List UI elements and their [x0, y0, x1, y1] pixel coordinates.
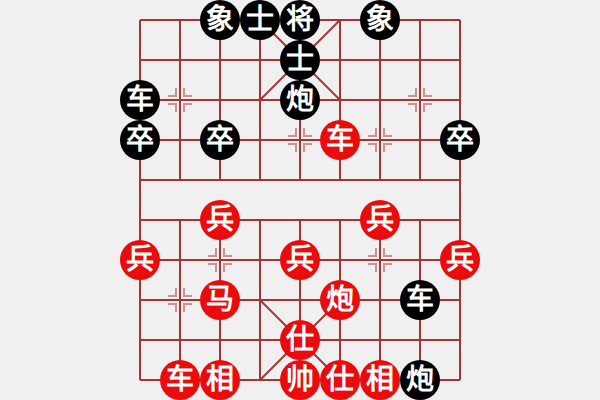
- piece-red-advisor[interactable]: 仕: [280, 320, 320, 360]
- piece-black-soldier[interactable]: 卒: [440, 120, 480, 160]
- piece-red-horse[interactable]: 马: [200, 280, 240, 320]
- piece-black-elephant[interactable]: 象: [360, 0, 400, 40]
- piece-black-chariot[interactable]: 车: [400, 280, 440, 320]
- piece-red-soldier[interactable]: 兵: [440, 240, 480, 280]
- piece-red-chariot[interactable]: 车: [320, 120, 360, 160]
- piece-black-soldier[interactable]: 卒: [120, 120, 160, 160]
- piece-black-elephant[interactable]: 象: [200, 0, 240, 40]
- xiangqi-board[interactable]: 象士将象士车炮卒卒车卒兵兵兵兵兵马炮车仕车相帅仕相炮: [0, 0, 600, 400]
- piece-red-chariot[interactable]: 车: [160, 360, 200, 400]
- piece-red-soldier[interactable]: 兵: [360, 200, 400, 240]
- piece-black-cannon[interactable]: 炮: [280, 80, 320, 120]
- piece-black-chariot[interactable]: 车: [120, 80, 160, 120]
- piece-black-general[interactable]: 将: [280, 0, 320, 40]
- piece-red-elephant[interactable]: 相: [360, 360, 400, 400]
- piece-red-general[interactable]: 帅: [280, 360, 320, 400]
- piece-red-soldier[interactable]: 兵: [120, 240, 160, 280]
- piece-black-advisor[interactable]: 士: [280, 40, 320, 80]
- piece-black-cannon[interactable]: 炮: [400, 360, 440, 400]
- pieces-layer: 象士将象士车炮卒卒车卒兵兵兵兵兵马炮车仕车相帅仕相炮: [120, 0, 480, 400]
- piece-black-soldier[interactable]: 卒: [200, 120, 240, 160]
- piece-red-cannon[interactable]: 炮: [320, 280, 360, 320]
- piece-red-advisor[interactable]: 仕: [320, 360, 360, 400]
- piece-red-soldier[interactable]: 兵: [200, 200, 240, 240]
- piece-red-elephant[interactable]: 相: [200, 360, 240, 400]
- piece-black-advisor[interactable]: 士: [240, 0, 280, 40]
- piece-red-soldier[interactable]: 兵: [280, 240, 320, 280]
